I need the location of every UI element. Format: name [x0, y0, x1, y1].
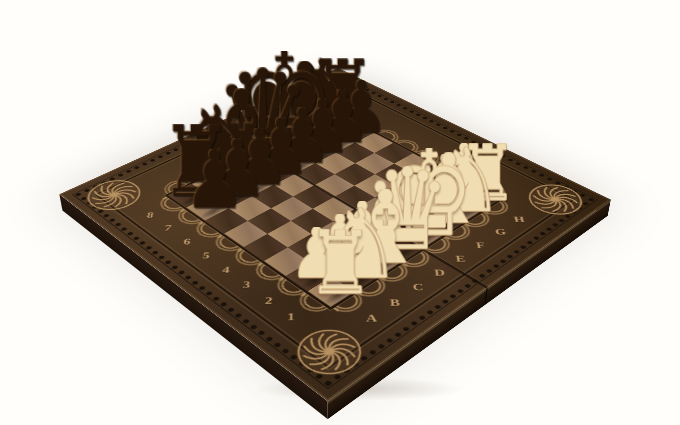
piece-black-pawn-a7[interactable]: ♟ [183, 149, 245, 212]
scene: ABCDEFGH 87654321 ♜♞♝♛♚♝♞♜♟♟♟♟♟♟♟♟♟♟♟♟♟♟… [139, 2, 529, 392]
photo-background: ABCDEFGH 87654321 ♜♞♝♛♚♝♞♜♟♟♟♟♟♟♟♟♟♟♟♟♟♟… [0, 0, 680, 425]
piece-white-rook-a1[interactable]: ♜ [306, 229, 372, 297]
chess-board: ABCDEFGH 87654321 ♜♞♝♛♚♝♞♜♟♟♟♟♟♟♟♟♟♟♟♟♟♟… [59, 68, 610, 401]
